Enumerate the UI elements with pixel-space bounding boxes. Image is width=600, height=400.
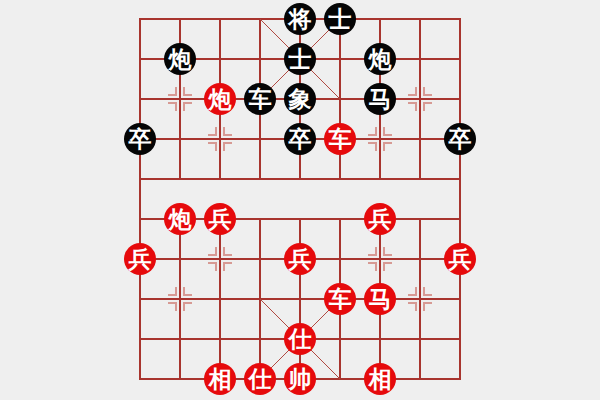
- xiangqi-board: 将士炮士炮炮车象马卒卒车卒炮兵兵兵兵兵车马仕相仕帅相: [0, 0, 600, 400]
- red-advisor-piece[interactable]: 仕: [284, 323, 316, 355]
- black-general-piece[interactable]: 将: [284, 3, 316, 35]
- red-chariot-piece[interactable]: 车: [324, 283, 356, 315]
- pieces-layer: 将士炮士炮炮车象马卒卒车卒炮兵兵兵兵兵车马仕相仕帅相: [0, 0, 600, 400]
- red-elephant-piece[interactable]: 相: [204, 363, 236, 395]
- black-cannon-piece[interactable]: 炮: [164, 43, 196, 75]
- red-soldier-piece[interactable]: 兵: [124, 243, 156, 275]
- red-horse-piece[interactable]: 马: [364, 283, 396, 315]
- red-soldier-piece[interactable]: 兵: [444, 243, 476, 275]
- black-advisor-piece[interactable]: 士: [324, 3, 356, 35]
- red-advisor-piece[interactable]: 仕: [244, 363, 276, 395]
- red-elephant-piece[interactable]: 相: [364, 363, 396, 395]
- black-horse-piece[interactable]: 马: [364, 83, 396, 115]
- red-soldier-piece[interactable]: 兵: [204, 203, 236, 235]
- black-soldier-piece[interactable]: 卒: [284, 123, 316, 155]
- red-chariot-piece[interactable]: 车: [324, 123, 356, 155]
- black-soldier-piece[interactable]: 卒: [444, 123, 476, 155]
- red-cannon-piece[interactable]: 炮: [164, 203, 196, 235]
- red-soldier-piece[interactable]: 兵: [364, 203, 396, 235]
- red-soldier-piece[interactable]: 兵: [284, 243, 316, 275]
- black-cannon-piece[interactable]: 炮: [364, 43, 396, 75]
- black-soldier-piece[interactable]: 卒: [124, 123, 156, 155]
- red-cannon-piece[interactable]: 炮: [204, 83, 236, 115]
- black-elephant-piece[interactable]: 象: [284, 83, 316, 115]
- red-general-piece[interactable]: 帅: [284, 363, 316, 395]
- black-advisor-piece[interactable]: 士: [284, 43, 316, 75]
- black-chariot-piece[interactable]: 车: [244, 83, 276, 115]
